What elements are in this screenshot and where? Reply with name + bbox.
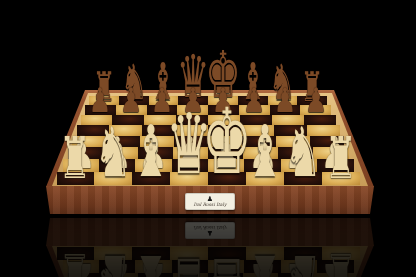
white-knight: ♞ [94, 119, 132, 187]
plaque-brand-text: Dal Rossi Italy [194, 202, 227, 207]
rank-1: ♜♞♝♛♚♝♞♜ [57, 172, 360, 185]
white-knight: ♞ [284, 119, 322, 187]
square-h1: ♜ [322, 172, 360, 185]
case-front-edge: ♟ Dal Rossi Italy [46, 186, 374, 214]
white-rook: ♜ [325, 129, 357, 187]
square-f1: ♝ [246, 172, 284, 185]
square-c1: ♝ [132, 172, 170, 185]
chess-board: ♜♞♝♛♚♝♞♜♟♟♟♟♟♟♟♟♟♟♟♟♟♟♟♟♜♞♝♛♚♝♞♜ [0, 96, 416, 185]
photo-scene: ♜♞♝♛♚♝♞♜♟♟♟♟♟♟♟♟♟♟♟♟♟♟♟♟♜♞♝♛♚♝♞♜ ♟ Dal R… [0, 0, 416, 277]
chess-set: ♜♞♝♛♚♝♞♜♟♟♟♟♟♟♟♟♟♟♟♟♟♟♟♟♜♞♝♛♚♝♞♜ ♟ Dal R… [0, 0, 416, 215]
square-e1: ♚ [208, 172, 246, 185]
white-bishop: ♝ [245, 116, 284, 187]
brand-plaque: ♟ Dal Rossi Italy [185, 193, 235, 210]
white-rook: ♜ [60, 129, 92, 187]
square-a1: ♜ [57, 172, 95, 185]
square-b1: ♞ [94, 172, 132, 185]
square-g1: ♞ [284, 172, 322, 185]
